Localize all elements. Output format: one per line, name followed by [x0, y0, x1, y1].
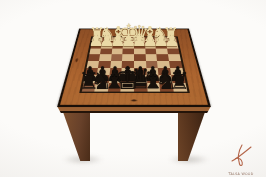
chess-table-photo: ♜♞♝♛♚♝♞♜♟♟♟♟♟♟♟♟♟♟♟♟♟♟♟♟♜♞♝♛♚♝♞♜ TALSA W… [0, 0, 266, 177]
square-a5 [169, 61, 182, 68]
wood-knot [130, 99, 137, 101]
square-c7 [146, 75, 159, 83]
square-d5 [134, 61, 146, 68]
square-d7 [134, 75, 147, 83]
square-a6 [170, 68, 183, 75]
square-d8 [134, 83, 147, 91]
square-g8 [94, 83, 108, 91]
square-c6 [146, 68, 159, 75]
brand-name: TALSA WOOD [228, 172, 253, 176]
square-b6 [158, 68, 171, 75]
square-g7 [96, 75, 110, 83]
square-c8 [147, 83, 161, 91]
brand-logo: TALSA WOOD [218, 143, 264, 176]
square-c5 [146, 61, 158, 68]
square-g5 [98, 61, 111, 68]
square-f6 [109, 68, 122, 75]
logo-flourish-icon [229, 143, 253, 169]
square-a7 [171, 75, 185, 83]
square-f5 [110, 61, 122, 68]
square-e5 [122, 61, 134, 68]
chess-board [79, 36, 190, 92]
square-b8 [159, 83, 173, 91]
table-leg-right [178, 112, 205, 161]
square-e7 [121, 75, 134, 83]
square-b5 [157, 61, 170, 68]
chess-table-top [57, 29, 211, 107]
square-g6 [97, 68, 110, 75]
table-wood-frame [60, 29, 208, 104]
square-f7 [109, 75, 122, 83]
square-b7 [159, 75, 173, 83]
square-e6 [122, 68, 134, 75]
square-a8 [172, 83, 186, 91]
wood-grain-streak [75, 57, 79, 62]
square-f8 [108, 83, 122, 91]
square-d6 [134, 68, 146, 75]
square-e8 [121, 83, 134, 91]
table-leg-left [63, 112, 90, 161]
table-apron-edge [57, 106, 211, 113]
